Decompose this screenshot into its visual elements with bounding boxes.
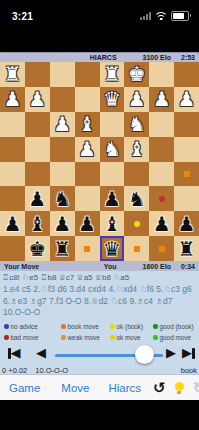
square-d8[interactable]: ♛ xyxy=(100,236,125,261)
square-g5[interactable] xyxy=(25,162,50,187)
legend-item-ok-move: ok move xyxy=(110,334,153,341)
move-hint-marker-c7 xyxy=(134,221,140,227)
legend-dot-icon xyxy=(4,335,9,340)
app-screen: 3:21 HIARCS 3100 Elo 2:53 ♜♜♚♟♟♛♟♟♟♟♝♞♟♞… xyxy=(0,0,199,430)
square-h1[interactable]: ♜ xyxy=(0,62,25,87)
square-b1[interactable] xyxy=(149,62,174,87)
hiarcs-menu-button[interactable]: Hiarcs xyxy=(108,382,141,394)
piece-bP: ♟ xyxy=(103,189,121,209)
game-move-list: 1.e4 c5 2.♘f3 d6 3.d4 cxd4 4.♘xd4 ♘f6 5.… xyxy=(0,282,199,319)
legend-dot-icon xyxy=(153,324,158,329)
square-b3[interactable] xyxy=(149,112,174,137)
square-h3[interactable] xyxy=(0,112,25,137)
square-c3[interactable]: ♞ xyxy=(124,112,149,137)
square-d4[interactable]: ♞ xyxy=(100,137,125,162)
square-e6[interactable] xyxy=(75,186,100,211)
skip-to-start-button[interactable]: ◀ xyxy=(8,346,21,360)
skip-to-end-button[interactable]: ▶ xyxy=(182,346,195,360)
piece-bP: ♟ xyxy=(178,214,196,234)
piece-wR: ♜ xyxy=(103,64,121,84)
square-h7[interactable]: ♟ xyxy=(0,211,25,236)
square-f5[interactable] xyxy=(50,162,75,187)
rotate-icon[interactable]: ↺ xyxy=(153,380,166,396)
square-a7[interactable]: ♟ xyxy=(174,211,199,236)
square-a4[interactable] xyxy=(174,137,199,162)
game-position-slider-knob[interactable] xyxy=(135,345,154,364)
move-hint-marker-c8 xyxy=(134,246,140,252)
square-d2[interactable]: ♛ xyxy=(100,87,125,112)
square-g2[interactable]: ♟ xyxy=(25,87,50,112)
legend-dot-icon xyxy=(153,335,158,340)
info-panel: ♖c8! ♘e5 ♖b8 ♕c7 ♕a5 ♕b8 ♘a5 1.e4 c5 2.♘… xyxy=(0,271,199,374)
engine-clock: 2:53 xyxy=(181,54,195,61)
piece-wN: ♞ xyxy=(128,114,146,134)
legend-label: book move xyxy=(68,323,99,330)
square-c7[interactable] xyxy=(124,211,149,236)
square-a5[interactable] xyxy=(174,162,199,187)
bottom-black-area xyxy=(0,400,199,430)
piece-wP: ♟ xyxy=(78,139,96,159)
square-b4[interactable] xyxy=(149,137,174,162)
piece-bP: ♟ xyxy=(53,214,71,234)
piece-bK: ♚ xyxy=(28,239,46,259)
hint-bulb-icon[interactable] xyxy=(175,382,184,394)
square-h5[interactable] xyxy=(0,162,25,187)
legend-label: ok (book) xyxy=(117,323,144,330)
square-e7[interactable]: ♟ xyxy=(75,211,100,236)
transport-controls: ◀ ◀ ▶ ▶ xyxy=(0,344,199,366)
piece-wB: ♝ xyxy=(78,114,96,134)
square-d3[interactable] xyxy=(100,112,125,137)
square-g3[interactable] xyxy=(25,112,50,137)
piece-wP: ♟ xyxy=(178,89,196,109)
square-c8[interactable] xyxy=(124,236,149,261)
piece-wR: ♜ xyxy=(3,64,21,84)
engine-elo: 3100 Elo xyxy=(143,54,171,61)
square-f6[interactable]: ♞ xyxy=(50,186,75,211)
legend-item-ok-book-: ok (book) xyxy=(110,323,153,330)
piece-bQ: ♛ xyxy=(103,239,121,259)
square-b2[interactable]: ♟ xyxy=(149,87,174,112)
legend-item-book-move: book move xyxy=(61,323,110,330)
piece-bP: ♟ xyxy=(153,214,171,234)
square-a1[interactable] xyxy=(174,62,199,87)
square-h6[interactable] xyxy=(0,186,25,211)
move-hint-marker-b6 xyxy=(159,196,165,202)
step-back-button[interactable]: ◀ xyxy=(36,346,46,360)
square-d1[interactable]: ♜ xyxy=(100,62,125,87)
square-f4[interactable] xyxy=(50,137,75,162)
piece-bP: ♟ xyxy=(28,189,46,209)
square-e3[interactable]: ♝ xyxy=(75,112,100,137)
piece-wN: ♞ xyxy=(103,139,121,159)
square-e2[interactable] xyxy=(75,87,100,112)
battery-icon xyxy=(171,11,189,21)
square-a6[interactable] xyxy=(174,186,199,211)
piece-wP: ♟ xyxy=(53,114,71,134)
toolbar-icons: ↺↻♝ xyxy=(153,380,199,396)
square-a2[interactable]: ♟ xyxy=(174,87,199,112)
move-hint-marker-b8 xyxy=(159,246,165,252)
square-e1[interactable] xyxy=(75,62,100,87)
book-label: book xyxy=(181,366,197,375)
square-f1[interactable] xyxy=(50,62,75,87)
square-h4[interactable] xyxy=(0,137,25,162)
legend-label: weak move xyxy=(68,334,100,341)
piece-bP: ♟ xyxy=(78,214,96,234)
player-name: You xyxy=(104,263,117,270)
engine-name: HIARCS xyxy=(90,54,117,61)
current-move-label: 10.O-O-O xyxy=(35,366,68,375)
square-b5[interactable] xyxy=(149,162,174,187)
legend-dot-icon xyxy=(61,324,66,329)
square-g6[interactable]: ♟ xyxy=(25,186,50,211)
redo-icon[interactable]: ↻ xyxy=(193,380,199,396)
move-menu-button[interactable]: Move xyxy=(61,382,89,394)
legend-dot-icon xyxy=(4,324,9,329)
player-elo: 1600 Elo xyxy=(143,263,171,270)
player-info-bar: Your Move You 1600 Elo 0:34 xyxy=(0,261,199,271)
piece-bB: ♝ xyxy=(103,214,121,234)
legend-label: no advice xyxy=(11,323,38,330)
square-e4[interactable]: ♟ xyxy=(75,137,100,162)
square-d6[interactable]: ♟ xyxy=(100,186,125,211)
square-a8[interactable]: ♜ xyxy=(174,236,199,261)
square-c4[interactable]: ♝ xyxy=(124,137,149,162)
square-c2[interactable]: ♟ xyxy=(124,87,149,112)
legend-item-no-advice: no advice xyxy=(4,323,61,330)
legend-label: bad move xyxy=(11,334,39,341)
square-b7[interactable]: ♟ xyxy=(149,211,174,236)
step-forward-button[interactable]: ▶ xyxy=(166,346,176,360)
square-d7[interactable]: ♝ xyxy=(100,211,125,236)
advice-legend: no advicebook moveok (book)good (book)ba… xyxy=(0,319,199,341)
move-hint-marker-a5 xyxy=(184,171,190,177)
square-a3[interactable] xyxy=(174,112,199,137)
hint-move-list: ♖c8! ♘e5 ♖b8 ♕c7 ♕a5 ♕b8 ♘a5 xyxy=(0,272,199,282)
player-clock: 0:34 xyxy=(181,263,195,270)
top-black-area xyxy=(0,28,199,52)
bottom-toolbar: Game Move Hiarcs ↺↻♝ xyxy=(0,374,199,400)
legend-item-good-move: good move xyxy=(153,334,199,341)
piece-wQ: ♛ xyxy=(103,89,121,109)
piece-wB: ♝ xyxy=(128,139,146,159)
square-f7[interactable]: ♟ xyxy=(50,211,75,236)
legend-item-bad-move: bad move xyxy=(4,334,61,341)
move-status: Your Move xyxy=(4,263,39,270)
square-c6[interactable]: ♞ xyxy=(124,186,149,211)
piece-wP: ♟ xyxy=(128,89,146,109)
square-h2[interactable]: ♟ xyxy=(0,87,25,112)
legend-dot-icon xyxy=(110,324,115,329)
legend-item-weak-move: weak move xyxy=(61,334,110,341)
move-hint-marker-e8 xyxy=(84,246,90,252)
status-bar: 3:21 xyxy=(0,0,199,28)
legend-label: good move xyxy=(160,334,192,341)
square-f3[interactable]: ♟ xyxy=(50,112,75,137)
square-f8[interactable]: ♜ xyxy=(50,236,75,261)
square-c1[interactable]: ♚ xyxy=(124,62,149,87)
square-g4[interactable] xyxy=(25,137,50,162)
square-h8[interactable] xyxy=(0,236,25,261)
clock-time: 3:21 xyxy=(12,11,33,22)
cellular-signal-icon xyxy=(140,12,151,20)
piece-bB: ♝ xyxy=(28,214,46,234)
evaluation-score: 0 +0.02 xyxy=(2,366,27,375)
legend-dot-icon xyxy=(61,335,66,340)
square-g7[interactable]: ♝ xyxy=(25,211,50,236)
square-b6[interactable] xyxy=(149,186,174,211)
game-menu-button[interactable]: Game xyxy=(9,382,40,394)
square-g1[interactable] xyxy=(25,62,50,87)
piece-bN: ♞ xyxy=(128,189,146,209)
square-d5[interactable] xyxy=(100,162,125,187)
legend-item-good-book-: good (book) xyxy=(153,323,199,330)
legend-dot-icon xyxy=(110,335,115,340)
piece-bR: ♜ xyxy=(53,239,71,259)
square-e5[interactable] xyxy=(75,162,100,187)
square-c5[interactable] xyxy=(124,162,149,187)
piece-wP: ♟ xyxy=(153,89,171,109)
chess-board[interactable]: ♜♜♚♟♟♛♟♟♟♟♝♞♟♞♝♟♞♟♞♟♝♟♟♝♟♟♚♜♛♜ xyxy=(0,62,199,261)
piece-wP: ♟ xyxy=(3,89,21,109)
piece-wK: ♚ xyxy=(128,64,146,84)
square-b8[interactable] xyxy=(149,236,174,261)
engine-info-bar: HIARCS 3100 Elo 2:53 xyxy=(0,52,199,62)
square-f2[interactable] xyxy=(50,87,75,112)
square-e8[interactable] xyxy=(75,236,100,261)
piece-bR: ♜ xyxy=(178,239,196,259)
square-g8[interactable]: ♚ xyxy=(25,236,50,261)
legend-label: ok move xyxy=(117,334,141,341)
wifi-icon xyxy=(155,12,167,21)
piece-bP: ♟ xyxy=(3,214,21,234)
piece-wP: ♟ xyxy=(28,89,46,109)
piece-bN: ♞ xyxy=(53,189,71,209)
legend-label: good (book) xyxy=(160,323,194,330)
